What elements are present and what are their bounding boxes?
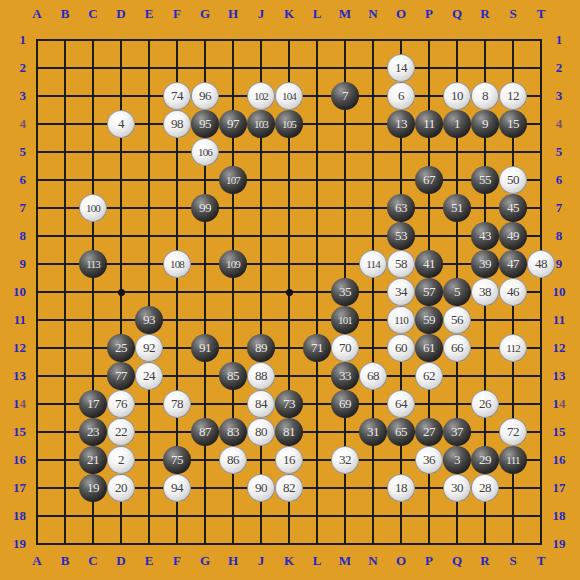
intersection-S8[interactable]: 49 [499,222,527,250]
white-stone-O11[interactable]: 110 [387,306,415,334]
intersection-S2[interactable] [499,54,527,82]
intersection-R8[interactable]: 43 [471,222,499,250]
intersection-E19[interactable] [135,530,163,558]
intersection-S3[interactable]: 12 [499,82,527,110]
intersection-S5[interactable] [499,138,527,166]
black-stone-H4[interactable]: 97 [219,110,247,138]
intersection-P11[interactable]: 59 [415,306,443,334]
black-stone-G15[interactable]: 87 [191,418,219,446]
intersection-B5[interactable] [51,138,79,166]
intersection-Q9[interactable] [443,250,471,278]
intersection-J11[interactable] [247,306,275,334]
intersection-J16[interactable] [247,446,275,474]
coord-top-K[interactable]: K [275,6,303,22]
intersection-M3[interactable]: 7 [331,82,359,110]
intersection-D2[interactable] [107,54,135,82]
black-stone-M10[interactable]: 35 [331,278,359,306]
white-stone-O14[interactable]: 64 [387,390,415,418]
intersection-T19[interactable] [527,530,555,558]
intersection-Q18[interactable] [443,502,471,530]
intersection-M11[interactable]: 101 [331,306,359,334]
intersection-R18[interactable] [471,502,499,530]
intersection-B12[interactable] [51,334,79,362]
black-stone-H13[interactable]: 85 [219,362,247,390]
intersection-O11[interactable]: 110 [387,306,415,334]
coord-top-H[interactable]: H [219,6,247,22]
intersection-A16[interactable] [23,446,51,474]
intersection-B15[interactable] [51,418,79,446]
intersection-S1[interactable] [499,26,527,54]
intersection-B17[interactable] [51,474,79,502]
intersection-M15[interactable] [331,418,359,446]
intersection-L4[interactable] [303,110,331,138]
intersection-R9[interactable]: 39 [471,250,499,278]
intersection-F2[interactable] [163,54,191,82]
intersection-S19[interactable] [499,530,527,558]
intersection-O19[interactable] [387,530,415,558]
intersection-J2[interactable] [247,54,275,82]
intersection-P16[interactable]: 36 [415,446,443,474]
black-stone-J4[interactable]: 103 [247,110,275,138]
intersection-G8[interactable] [191,222,219,250]
intersection-M4[interactable] [331,110,359,138]
intersection-E9[interactable] [135,250,163,278]
black-stone-E11[interactable]: 93 [135,306,163,334]
intersection-N13[interactable]: 68 [359,362,387,390]
intersection-K12[interactable] [275,334,303,362]
intersection-J9[interactable] [247,250,275,278]
intersection-R6[interactable]: 55 [471,166,499,194]
intersection-P8[interactable] [415,222,443,250]
intersection-Q3[interactable]: 10 [443,82,471,110]
intersection-K13[interactable] [275,362,303,390]
intersection-B2[interactable] [51,54,79,82]
white-stone-O10[interactable]: 34 [387,278,415,306]
intersection-N15[interactable]: 31 [359,418,387,446]
intersection-M7[interactable] [331,194,359,222]
black-stone-O7[interactable]: 63 [387,194,415,222]
intersection-L5[interactable] [303,138,331,166]
white-stone-F14[interactable]: 78 [163,390,191,418]
intersection-E7[interactable] [135,194,163,222]
intersection-T8[interactable] [527,222,555,250]
intersection-J14[interactable]: 84 [247,390,275,418]
intersection-G6[interactable] [191,166,219,194]
intersection-D17[interactable]: 20 [107,474,135,502]
intersection-T4[interactable] [527,110,555,138]
intersection-A10[interactable] [23,278,51,306]
intersection-E4[interactable] [135,110,163,138]
intersection-D8[interactable] [107,222,135,250]
intersection-C7[interactable]: 100 [79,194,107,222]
intersection-D13[interactable]: 77 [107,362,135,390]
intersection-H8[interactable] [219,222,247,250]
intersection-K7[interactable] [275,194,303,222]
white-stone-J15[interactable]: 80 [247,418,275,446]
intersection-A14[interactable] [23,390,51,418]
intersection-N3[interactable] [359,82,387,110]
white-stone-N9[interactable]: 114 [359,250,387,278]
white-stone-P16[interactable]: 36 [415,446,443,474]
intersection-H6[interactable]: 107 [219,166,247,194]
white-stone-T9[interactable]: 48 [527,250,555,278]
black-stone-H9[interactable]: 109 [219,250,247,278]
intersection-A3[interactable] [23,82,51,110]
intersection-H10[interactable] [219,278,247,306]
intersection-H16[interactable]: 86 [219,446,247,474]
intersection-Q1[interactable] [443,26,471,54]
intersection-F18[interactable] [163,502,191,530]
intersection-T16[interactable] [527,446,555,474]
intersection-C1[interactable] [79,26,107,54]
black-stone-J12[interactable]: 89 [247,334,275,362]
intersection-H12[interactable] [219,334,247,362]
coord-top-A[interactable]: A [23,6,51,22]
coord-top-R[interactable]: R [471,6,499,22]
intersection-F4[interactable]: 98 [163,110,191,138]
black-stone-R4[interactable]: 9 [471,110,499,138]
intersection-C4[interactable] [79,110,107,138]
black-stone-R8[interactable]: 43 [471,222,499,250]
black-stone-C16[interactable]: 21 [79,446,107,474]
intersection-G11[interactable] [191,306,219,334]
black-stone-S9[interactable]: 47 [499,250,527,278]
intersection-K19[interactable] [275,530,303,558]
intersection-C14[interactable]: 17 [79,390,107,418]
intersection-A15[interactable] [23,418,51,446]
black-stone-P15[interactable]: 27 [415,418,443,446]
black-stone-P11[interactable]: 59 [415,306,443,334]
intersection-R7[interactable] [471,194,499,222]
intersection-P2[interactable] [415,54,443,82]
intersection-A12[interactable] [23,334,51,362]
intersection-L1[interactable] [303,26,331,54]
white-stone-O2[interactable]: 14 [387,54,415,82]
intersection-M17[interactable] [331,474,359,502]
intersection-M6[interactable] [331,166,359,194]
intersection-M9[interactable] [331,250,359,278]
intersection-F11[interactable] [163,306,191,334]
intersection-B7[interactable] [51,194,79,222]
intersection-A6[interactable] [23,166,51,194]
intersection-D3[interactable] [107,82,135,110]
intersection-E3[interactable] [135,82,163,110]
intersection-J7[interactable] [247,194,275,222]
intersection-R1[interactable] [471,26,499,54]
intersection-M13[interactable]: 33 [331,362,359,390]
intersection-P17[interactable] [415,474,443,502]
white-stone-O3[interactable]: 6 [387,82,415,110]
intersection-O9[interactable]: 58 [387,250,415,278]
black-stone-C14[interactable]: 17 [79,390,107,418]
intersection-B13[interactable] [51,362,79,390]
black-stone-Q7[interactable]: 51 [443,194,471,222]
black-stone-M3[interactable]: 7 [331,82,359,110]
intersection-F10[interactable] [163,278,191,306]
black-stone-H6[interactable]: 107 [219,166,247,194]
intersection-O15[interactable]: 65 [387,418,415,446]
black-stone-D13[interactable]: 77 [107,362,135,390]
intersection-D14[interactable]: 76 [107,390,135,418]
intersection-Q4[interactable]: 1 [443,110,471,138]
white-stone-C7[interactable]: 100 [79,194,107,222]
white-stone-F4[interactable]: 98 [163,110,191,138]
white-stone-O9[interactable]: 58 [387,250,415,278]
intersection-C9[interactable]: 113 [79,250,107,278]
white-stone-E12[interactable]: 92 [135,334,163,362]
intersection-M18[interactable] [331,502,359,530]
intersection-H17[interactable] [219,474,247,502]
intersection-C6[interactable] [79,166,107,194]
intersection-S14[interactable] [499,390,527,418]
intersection-C5[interactable] [79,138,107,166]
intersection-O3[interactable]: 6 [387,82,415,110]
intersection-R4[interactable]: 9 [471,110,499,138]
intersection-J4[interactable]: 103 [247,110,275,138]
intersection-O18[interactable] [387,502,415,530]
coord-top-D[interactable]: D [107,6,135,22]
intersection-Q8[interactable] [443,222,471,250]
intersection-K8[interactable] [275,222,303,250]
intersection-N2[interactable] [359,54,387,82]
intersection-T11[interactable] [527,306,555,334]
intersection-S11[interactable] [499,306,527,334]
intersection-K3[interactable]: 104 [275,82,303,110]
intersection-E13[interactable]: 24 [135,362,163,390]
intersection-D15[interactable]: 22 [107,418,135,446]
black-stone-P6[interactable]: 67 [415,166,443,194]
intersection-L15[interactable] [303,418,331,446]
intersection-A1[interactable] [23,26,51,54]
black-stone-S8[interactable]: 49 [499,222,527,250]
intersection-Q11[interactable]: 56 [443,306,471,334]
intersection-J12[interactable]: 89 [247,334,275,362]
intersection-E15[interactable] [135,418,163,446]
black-stone-G7[interactable]: 99 [191,194,219,222]
intersection-O2[interactable]: 14 [387,54,415,82]
intersection-M12[interactable]: 70 [331,334,359,362]
intersection-G19[interactable] [191,530,219,558]
white-stone-E13[interactable]: 24 [135,362,163,390]
white-stone-R3[interactable]: 8 [471,82,499,110]
white-stone-Q17[interactable]: 30 [443,474,471,502]
intersection-S16[interactable]: 111 [499,446,527,474]
intersection-C17[interactable]: 19 [79,474,107,502]
intersection-Q16[interactable]: 3 [443,446,471,474]
intersection-T6[interactable] [527,166,555,194]
intersection-J5[interactable] [247,138,275,166]
intersection-G15[interactable]: 87 [191,418,219,446]
intersection-H9[interactable]: 109 [219,250,247,278]
coord-top-S[interactable]: S [499,6,527,22]
intersection-A13[interactable] [23,362,51,390]
intersection-D18[interactable] [107,502,135,530]
black-stone-K15[interactable]: 81 [275,418,303,446]
white-stone-J13[interactable]: 88 [247,362,275,390]
intersection-A8[interactable] [23,222,51,250]
black-stone-O4[interactable]: 13 [387,110,415,138]
intersection-C13[interactable] [79,362,107,390]
intersection-G10[interactable] [191,278,219,306]
intersection-N4[interactable] [359,110,387,138]
intersection-H14[interactable] [219,390,247,418]
intersection-E16[interactable] [135,446,163,474]
intersection-D1[interactable] [107,26,135,54]
intersection-C8[interactable] [79,222,107,250]
black-stone-N15[interactable]: 31 [359,418,387,446]
intersection-J6[interactable] [247,166,275,194]
white-stone-G5[interactable]: 106 [191,138,219,166]
intersection-F9[interactable]: 108 [163,250,191,278]
intersection-F6[interactable] [163,166,191,194]
intersection-O10[interactable]: 34 [387,278,415,306]
intersection-E12[interactable]: 92 [135,334,163,362]
intersection-L13[interactable] [303,362,331,390]
intersection-H3[interactable] [219,82,247,110]
white-stone-J3[interactable]: 102 [247,82,275,110]
white-stone-M12[interactable]: 70 [331,334,359,362]
white-stone-K17[interactable]: 82 [275,474,303,502]
black-stone-M14[interactable]: 69 [331,390,359,418]
intersection-K10[interactable] [275,278,303,306]
intersection-N9[interactable]: 114 [359,250,387,278]
intersection-O4[interactable]: 13 [387,110,415,138]
intersection-P14[interactable] [415,390,443,418]
intersection-C12[interactable] [79,334,107,362]
intersection-T15[interactable] [527,418,555,446]
intersection-E10[interactable] [135,278,163,306]
white-stone-O17[interactable]: 18 [387,474,415,502]
intersection-J17[interactable]: 90 [247,474,275,502]
intersection-L8[interactable] [303,222,331,250]
black-stone-K4[interactable]: 105 [275,110,303,138]
intersection-F3[interactable]: 74 [163,82,191,110]
white-stone-S3[interactable]: 12 [499,82,527,110]
white-stone-J17[interactable]: 90 [247,474,275,502]
intersection-M1[interactable] [331,26,359,54]
black-stone-C9[interactable]: 113 [79,250,107,278]
intersection-T12[interactable] [527,334,555,362]
intersection-N16[interactable] [359,446,387,474]
intersection-Q14[interactable] [443,390,471,418]
white-stone-F17[interactable]: 94 [163,474,191,502]
intersection-B18[interactable] [51,502,79,530]
black-stone-G12[interactable]: 91 [191,334,219,362]
intersection-Q17[interactable]: 30 [443,474,471,502]
white-stone-R17[interactable]: 28 [471,474,499,502]
intersection-R16[interactable]: 29 [471,446,499,474]
intersection-N11[interactable] [359,306,387,334]
intersection-G9[interactable] [191,250,219,278]
intersection-B19[interactable] [51,530,79,558]
intersection-C19[interactable] [79,530,107,558]
intersection-D6[interactable] [107,166,135,194]
intersection-B10[interactable] [51,278,79,306]
intersection-O5[interactable] [387,138,415,166]
intersection-R10[interactable]: 38 [471,278,499,306]
black-stone-P10[interactable]: 57 [415,278,443,306]
intersection-L3[interactable] [303,82,331,110]
intersection-B1[interactable] [51,26,79,54]
coord-top-N[interactable]: N [359,6,387,22]
white-stone-K3[interactable]: 104 [275,82,303,110]
black-stone-O15[interactable]: 65 [387,418,415,446]
intersection-E2[interactable] [135,54,163,82]
intersection-L10[interactable] [303,278,331,306]
intersection-N6[interactable] [359,166,387,194]
intersection-L19[interactable] [303,530,331,558]
intersection-G5[interactable]: 106 [191,138,219,166]
intersection-C18[interactable] [79,502,107,530]
intersection-T10[interactable] [527,278,555,306]
intersection-R13[interactable] [471,362,499,390]
black-stone-F16[interactable]: 75 [163,446,191,474]
intersection-N10[interactable] [359,278,387,306]
intersection-H18[interactable] [219,502,247,530]
intersection-T1[interactable] [527,26,555,54]
intersection-M8[interactable] [331,222,359,250]
intersection-G1[interactable] [191,26,219,54]
intersection-A19[interactable] [23,530,51,558]
intersection-M5[interactable] [331,138,359,166]
intersection-C10[interactable] [79,278,107,306]
intersection-J13[interactable]: 88 [247,362,275,390]
white-stone-D17[interactable]: 20 [107,474,135,502]
intersection-T5[interactable] [527,138,555,166]
black-stone-R6[interactable]: 55 [471,166,499,194]
intersection-F1[interactable] [163,26,191,54]
intersection-P19[interactable] [415,530,443,558]
intersection-E6[interactable] [135,166,163,194]
intersection-N8[interactable] [359,222,387,250]
intersection-G7[interactable]: 99 [191,194,219,222]
black-stone-C17[interactable]: 19 [79,474,107,502]
intersection-N12[interactable] [359,334,387,362]
intersection-P10[interactable]: 57 [415,278,443,306]
intersection-B3[interactable] [51,82,79,110]
intersection-J19[interactable] [247,530,275,558]
intersection-B4[interactable] [51,110,79,138]
black-stone-Q4[interactable]: 1 [443,110,471,138]
intersection-H13[interactable]: 85 [219,362,247,390]
intersection-Q10[interactable]: 5 [443,278,471,306]
white-stone-D16[interactable]: 2 [107,446,135,474]
white-stone-S10[interactable]: 46 [499,278,527,306]
intersection-S9[interactable]: 47 [499,250,527,278]
white-stone-S15[interactable]: 72 [499,418,527,446]
intersection-K9[interactable] [275,250,303,278]
white-stone-Q12[interactable]: 66 [443,334,471,362]
intersection-C11[interactable] [79,306,107,334]
intersection-D19[interactable] [107,530,135,558]
white-stone-F9[interactable]: 108 [163,250,191,278]
intersection-H4[interactable]: 97 [219,110,247,138]
white-stone-P13[interactable]: 62 [415,362,443,390]
intersection-H7[interactable] [219,194,247,222]
intersection-D7[interactable] [107,194,135,222]
intersection-A18[interactable] [23,502,51,530]
coord-top-Q[interactable]: Q [443,6,471,22]
intersection-E14[interactable] [135,390,163,418]
intersection-Q5[interactable] [443,138,471,166]
intersection-P5[interactable] [415,138,443,166]
intersection-F16[interactable]: 75 [163,446,191,474]
intersection-S18[interactable] [499,502,527,530]
intersection-K11[interactable] [275,306,303,334]
intersection-T3[interactable] [527,82,555,110]
intersection-N19[interactable] [359,530,387,558]
black-stone-Q15[interactable]: 37 [443,418,471,446]
